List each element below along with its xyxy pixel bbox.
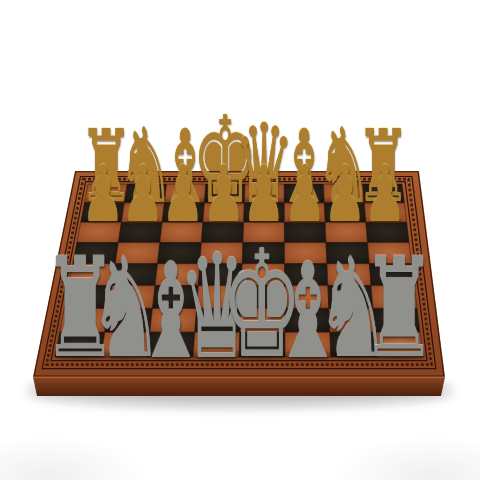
- piece-gold-pawn-g7[interactable]: ♟: [323, 155, 366, 233]
- pieces-layer: ♜♞♝♚♛♝♞♜♟♟♟♟♟♟♟♟♜♞♝♛♚♝♞♜: [0, 0, 480, 480]
- piece-gold-pawn-a7[interactable]: ♟: [81, 155, 124, 233]
- chess-set-photo: ♜♞♝♚♛♝♞♜♟♟♟♟♟♟♟♟♜♞♝♛♚♝♞♜: [0, 0, 480, 480]
- piece-silver-rook-h1[interactable]: ♜: [360, 240, 437, 378]
- piece-gold-pawn-h7[interactable]: ♟: [364, 155, 407, 233]
- piece-gold-pawn-c7[interactable]: ♟: [162, 155, 205, 233]
- piece-gold-pawn-b7[interactable]: ♟: [121, 155, 164, 233]
